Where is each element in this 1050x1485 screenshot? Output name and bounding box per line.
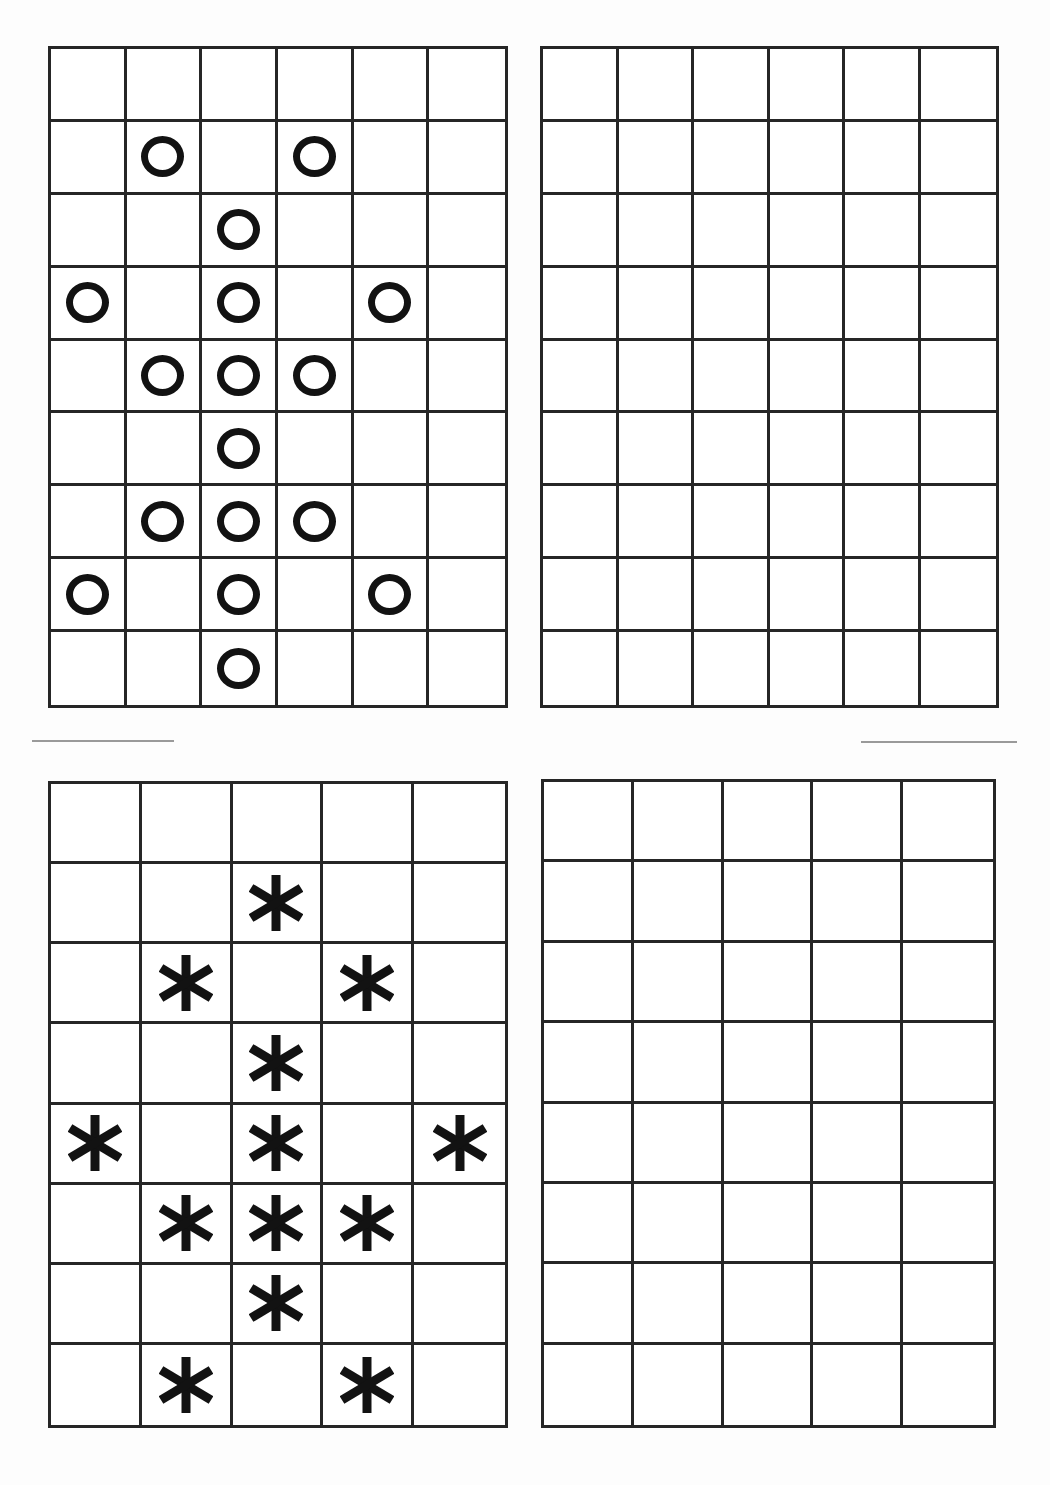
asterisks-copy-cell-r1c3[interactable] bbox=[724, 782, 814, 862]
asterisks-pattern-grid bbox=[48, 781, 508, 1428]
asterisks-pattern-cell-r2c3 bbox=[233, 864, 324, 944]
circles-copy-cell-r4c1[interactable] bbox=[543, 268, 619, 341]
circles-pattern-cell-r3c6 bbox=[429, 195, 505, 268]
asterisks-pattern-cell-r1c5 bbox=[414, 784, 505, 864]
circles-pattern-cell-r2c1 bbox=[51, 122, 127, 195]
asterisks-pattern-cell-r1c4 bbox=[323, 784, 414, 864]
asterisks-copy-cell-r3c3[interactable] bbox=[724, 943, 814, 1023]
asterisks-copy-cell-r3c1[interactable] bbox=[544, 943, 634, 1023]
asterisks-copy-cell-r8c2[interactable] bbox=[634, 1345, 724, 1425]
circle-symbol bbox=[217, 428, 260, 469]
circle-symbol bbox=[141, 136, 184, 177]
asterisks-copy-cell-r1c1[interactable] bbox=[544, 782, 634, 862]
circles-copy-cell-r4c5[interactable] bbox=[845, 268, 921, 341]
asterisks-pattern-cell-r8c3 bbox=[233, 1345, 324, 1425]
circles-pattern-cell-r6c2 bbox=[127, 413, 203, 486]
circles-copy-cell-r3c2[interactable] bbox=[619, 195, 695, 268]
circles-copy-cell-r1c1[interactable] bbox=[543, 49, 619, 122]
asterisks-copy-cell-r7c5[interactable] bbox=[903, 1264, 993, 1344]
circles-copy-cell-r2c4[interactable] bbox=[770, 122, 846, 195]
asterisks-pattern-cell-r5c1 bbox=[51, 1105, 142, 1185]
asterisks-pattern-cell-r7c3 bbox=[233, 1265, 324, 1345]
circle-symbol bbox=[293, 501, 336, 542]
asterisks-copy-cell-r6c3[interactable] bbox=[724, 1184, 814, 1264]
asterisk-symbol bbox=[340, 1356, 394, 1414]
asterisks-pattern-cell-r6c2 bbox=[142, 1185, 233, 1265]
circles-copy-cell-r7c1[interactable] bbox=[543, 486, 619, 559]
circles-copy-cell-r2c6[interactable] bbox=[921, 122, 997, 195]
circles-copy-cell-r8c2[interactable] bbox=[619, 559, 695, 632]
circles-pattern-cell-r1c3 bbox=[202, 49, 278, 122]
circles-copy-cell-r8c4[interactable] bbox=[770, 559, 846, 632]
asterisks-copy-cell-r2c3[interactable] bbox=[724, 862, 814, 942]
asterisks-pattern-cell-r1c2 bbox=[142, 784, 233, 864]
circles-copy-cell-r8c3[interactable] bbox=[694, 559, 770, 632]
circles-copy-cell-r9c5[interactable] bbox=[845, 632, 921, 705]
circle-symbol bbox=[66, 574, 109, 615]
circles-copy-cell-r2c5[interactable] bbox=[845, 122, 921, 195]
asterisks-pattern-cell-r3c2 bbox=[142, 944, 233, 1024]
circle-symbol bbox=[217, 282, 260, 323]
circles-pattern-cell-r6c3 bbox=[202, 413, 278, 486]
circles-copy-cell-r8c6[interactable] bbox=[921, 559, 997, 632]
circles-pattern-cell-r3c4 bbox=[278, 195, 354, 268]
asterisks-copy-cell-r7c4[interactable] bbox=[813, 1264, 903, 1344]
circles-pattern-cell-r3c2 bbox=[127, 195, 203, 268]
circle-symbol bbox=[217, 355, 260, 396]
asterisks-copy-cell-r1c4[interactable] bbox=[813, 782, 903, 862]
asterisks-copy-cell-r4c3[interactable] bbox=[724, 1023, 814, 1103]
asterisks-pattern-cell-r6c3 bbox=[233, 1185, 324, 1265]
asterisks-pattern-cell-r7c4 bbox=[323, 1265, 414, 1345]
asterisks-copy-cell-r5c3[interactable] bbox=[724, 1104, 814, 1184]
asterisks-pattern-cell-r7c5 bbox=[414, 1265, 505, 1345]
circles-copy-cell-r5c3[interactable] bbox=[694, 341, 770, 414]
asterisks-copy-cell-r2c4[interactable] bbox=[813, 862, 903, 942]
circles-pattern-cell-r2c2 bbox=[127, 122, 203, 195]
left-divider-line bbox=[32, 740, 174, 742]
asterisks-copy-cell-r1c2[interactable] bbox=[634, 782, 724, 862]
circles-copy-cell-r6c5[interactable] bbox=[845, 413, 921, 486]
circle-symbol bbox=[293, 355, 336, 396]
asterisks-pattern-cell-r5c4 bbox=[323, 1105, 414, 1185]
circles-pattern-cell-r5c4 bbox=[278, 341, 354, 414]
circles-pattern-cell-r4c1 bbox=[51, 268, 127, 341]
circles-pattern-cell-r5c3 bbox=[202, 341, 278, 414]
asterisks-pattern-cell-r4c4 bbox=[323, 1024, 414, 1104]
circles-copy-cell-r9c2[interactable] bbox=[619, 632, 695, 705]
circles-pattern-cell-r1c6 bbox=[429, 49, 505, 122]
asterisks-copy-cell-r4c5[interactable] bbox=[903, 1023, 993, 1103]
asterisks-pattern-cell-r2c1 bbox=[51, 864, 142, 944]
circles-copy-cell-r1c6[interactable] bbox=[921, 49, 997, 122]
asterisks-pattern-cell-r1c1 bbox=[51, 784, 142, 864]
circles-pattern-cell-r9c6 bbox=[429, 632, 505, 705]
circles-copy-cell-r7c2[interactable] bbox=[619, 486, 695, 559]
asterisks-pattern-cell-r7c2 bbox=[142, 1265, 233, 1345]
circles-pattern-grid bbox=[48, 46, 508, 708]
asterisks-pattern-cell-r5c5 bbox=[414, 1105, 505, 1185]
circle-symbol bbox=[368, 282, 411, 323]
circles-pattern-cell-r6c5 bbox=[354, 413, 430, 486]
circles-pattern-cell-r4c6 bbox=[429, 268, 505, 341]
circles-copy-cell-r6c3[interactable] bbox=[694, 413, 770, 486]
asterisks-copy-cell-r7c2[interactable] bbox=[634, 1264, 724, 1344]
circles-pattern-cell-r2c5 bbox=[354, 122, 430, 195]
asterisks-copy-cell-r5c2[interactable] bbox=[634, 1104, 724, 1184]
worksheet-page bbox=[0, 0, 1050, 1485]
circles-copy-cell-r1c3[interactable] bbox=[694, 49, 770, 122]
asterisk-symbol bbox=[249, 1034, 303, 1092]
circles-pattern-cell-r5c1 bbox=[51, 341, 127, 414]
asterisk-symbol bbox=[249, 1114, 303, 1172]
asterisks-pattern-cell-r2c4 bbox=[323, 864, 414, 944]
asterisks-pattern-cell-r8c5 bbox=[414, 1345, 505, 1425]
circles-pattern-cell-r1c4 bbox=[278, 49, 354, 122]
asterisks-copy-cell-r8c5[interactable] bbox=[903, 1345, 993, 1425]
circles-copy-cell-r1c2[interactable] bbox=[619, 49, 695, 122]
asterisks-copy-cell-r6c4[interactable] bbox=[813, 1184, 903, 1264]
circles-copy-cell-r7c4[interactable] bbox=[770, 486, 846, 559]
asterisks-copy-grid bbox=[541, 779, 996, 1428]
circle-symbol bbox=[141, 501, 184, 542]
circles-pattern-cell-r8c5 bbox=[354, 559, 430, 632]
circles-pattern-cell-r3c3 bbox=[202, 195, 278, 268]
circle-symbol bbox=[293, 136, 336, 177]
circles-copy-cell-r6c2[interactable] bbox=[619, 413, 695, 486]
circles-pattern-cell-r9c1 bbox=[51, 632, 127, 705]
circles-copy-cell-r5c5[interactable] bbox=[845, 341, 921, 414]
asterisks-pattern-cell-r3c3 bbox=[233, 944, 324, 1024]
asterisks-pattern-cell-r6c4 bbox=[323, 1185, 414, 1265]
asterisks-pattern-cell-r7c1 bbox=[51, 1265, 142, 1345]
asterisk-symbol bbox=[68, 1114, 122, 1172]
circles-pattern-cell-r7c6 bbox=[429, 486, 505, 559]
circles-copy-cell-r7c5[interactable] bbox=[845, 486, 921, 559]
circles-copy-cell-r2c1[interactable] bbox=[543, 122, 619, 195]
circles-pattern-cell-r2c6 bbox=[429, 122, 505, 195]
asterisks-copy-cell-r8c1[interactable] bbox=[544, 1345, 634, 1425]
circles-pattern-cell-r7c5 bbox=[354, 486, 430, 559]
asterisk-symbol bbox=[159, 1194, 213, 1252]
circles-pattern-cell-r5c5 bbox=[354, 341, 430, 414]
circles-pattern-cell-r4c5 bbox=[354, 268, 430, 341]
asterisks-copy-cell-r2c2[interactable] bbox=[634, 862, 724, 942]
asterisks-pattern-cell-r3c1 bbox=[51, 944, 142, 1024]
circles-copy-cell-r4c6[interactable] bbox=[921, 268, 997, 341]
circles-pattern-cell-r6c6 bbox=[429, 413, 505, 486]
circles-pattern-cell-r8c2 bbox=[127, 559, 203, 632]
circle-symbol bbox=[217, 648, 260, 689]
circles-pattern-cell-r1c5 bbox=[354, 49, 430, 122]
circles-copy-cell-r1c4[interactable] bbox=[770, 49, 846, 122]
circle-symbol bbox=[217, 209, 260, 250]
asterisks-copy-cell-r3c5[interactable] bbox=[903, 943, 993, 1023]
asterisks-copy-cell-r2c1[interactable] bbox=[544, 862, 634, 942]
asterisk-symbol bbox=[249, 874, 303, 932]
asterisks-copy-cell-r8c4[interactable] bbox=[813, 1345, 903, 1425]
circles-copy-cell-r4c2[interactable] bbox=[619, 268, 695, 341]
circles-pattern-cell-r2c3 bbox=[202, 122, 278, 195]
circle-symbol bbox=[368, 574, 411, 615]
circles-pattern-cell-r1c2 bbox=[127, 49, 203, 122]
circles-copy-cell-r9c6[interactable] bbox=[921, 632, 997, 705]
circles-copy-cell-r7c3[interactable] bbox=[694, 486, 770, 559]
circles-copy-cell-r5c1[interactable] bbox=[543, 341, 619, 414]
circle-symbol bbox=[66, 282, 109, 323]
circles-pattern-cell-r9c4 bbox=[278, 632, 354, 705]
asterisk-symbol bbox=[340, 1194, 394, 1252]
asterisks-copy-cell-r1c5[interactable] bbox=[903, 782, 993, 862]
asterisk-symbol bbox=[249, 1274, 303, 1332]
asterisks-pattern-cell-r5c3 bbox=[233, 1105, 324, 1185]
asterisks-copy-cell-r3c2[interactable] bbox=[634, 943, 724, 1023]
asterisks-pattern-cell-r8c1 bbox=[51, 1345, 142, 1425]
asterisk-symbol bbox=[159, 954, 213, 1012]
asterisks-copy-cell-r7c3[interactable] bbox=[724, 1264, 814, 1344]
circles-pattern-cell-r2c4 bbox=[278, 122, 354, 195]
asterisks-copy-cell-r5c4[interactable] bbox=[813, 1104, 903, 1184]
circles-copy-cell-r2c3[interactable] bbox=[694, 122, 770, 195]
circles-pattern-cell-r1c1 bbox=[51, 49, 127, 122]
circle-symbol bbox=[217, 501, 260, 542]
circles-copy-cell-r4c4[interactable] bbox=[770, 268, 846, 341]
asterisks-copy-cell-r6c2[interactable] bbox=[634, 1184, 724, 1264]
asterisks-pattern-cell-r4c5 bbox=[414, 1024, 505, 1104]
asterisks-pattern-cell-r4c2 bbox=[142, 1024, 233, 1104]
asterisks-pattern-cell-r4c3 bbox=[233, 1024, 324, 1104]
circles-copy-cell-r8c1[interactable] bbox=[543, 559, 619, 632]
asterisk-symbol bbox=[340, 954, 394, 1012]
circles-copy-cell-r7c6[interactable] bbox=[921, 486, 997, 559]
circles-copy-cell-r6c6[interactable] bbox=[921, 413, 997, 486]
circles-copy-cell-r9c3[interactable] bbox=[694, 632, 770, 705]
asterisks-copy-cell-r8c3[interactable] bbox=[724, 1345, 814, 1425]
circles-copy-cell-r3c4[interactable] bbox=[770, 195, 846, 268]
asterisks-copy-cell-r4c2[interactable] bbox=[634, 1023, 724, 1103]
right-divider-line bbox=[861, 741, 1017, 743]
asterisks-pattern-cell-r3c5 bbox=[414, 944, 505, 1024]
circles-copy-grid bbox=[540, 46, 999, 708]
asterisks-copy-cell-r4c1[interactable] bbox=[544, 1023, 634, 1103]
asterisks-copy-cell-r5c1[interactable] bbox=[544, 1104, 634, 1184]
asterisks-copy-cell-r6c5[interactable] bbox=[903, 1184, 993, 1264]
asterisks-pattern-cell-r2c2 bbox=[142, 864, 233, 944]
circles-pattern-cell-r5c6 bbox=[429, 341, 505, 414]
asterisks-pattern-cell-r6c1 bbox=[51, 1185, 142, 1265]
circles-pattern-cell-r6c1 bbox=[51, 413, 127, 486]
circles-copy-cell-r5c2[interactable] bbox=[619, 341, 695, 414]
asterisks-pattern-cell-r6c5 bbox=[414, 1185, 505, 1265]
circles-copy-cell-r1c5[interactable] bbox=[845, 49, 921, 122]
circles-pattern-cell-r6c4 bbox=[278, 413, 354, 486]
asterisks-pattern-cell-r4c1 bbox=[51, 1024, 142, 1104]
circles-pattern-cell-r4c2 bbox=[127, 268, 203, 341]
asterisks-copy-cell-r6c1[interactable] bbox=[544, 1184, 634, 1264]
circles-copy-cell-r3c5[interactable] bbox=[845, 195, 921, 268]
circles-copy-cell-r3c6[interactable] bbox=[921, 195, 997, 268]
circles-pattern-cell-r8c3 bbox=[202, 559, 278, 632]
circles-copy-cell-r6c1[interactable] bbox=[543, 413, 619, 486]
circles-copy-cell-r9c1[interactable] bbox=[543, 632, 619, 705]
circles-copy-cell-r8c5[interactable] bbox=[845, 559, 921, 632]
asterisk-symbol bbox=[249, 1194, 303, 1252]
asterisks-pattern-cell-r8c2 bbox=[142, 1345, 233, 1425]
asterisks-pattern-cell-r8c4 bbox=[323, 1345, 414, 1425]
circles-pattern-cell-r4c4 bbox=[278, 268, 354, 341]
circles-pattern-cell-r7c4 bbox=[278, 486, 354, 559]
circles-pattern-cell-r8c6 bbox=[429, 559, 505, 632]
circles-copy-cell-r9c4[interactable] bbox=[770, 632, 846, 705]
circles-pattern-cell-r8c1 bbox=[51, 559, 127, 632]
circles-pattern-cell-r4c3 bbox=[202, 268, 278, 341]
asterisk-symbol bbox=[433, 1114, 487, 1172]
circles-pattern-cell-r5c2 bbox=[127, 341, 203, 414]
circles-pattern-cell-r7c1 bbox=[51, 486, 127, 559]
asterisks-copy-cell-r4c4[interactable] bbox=[813, 1023, 903, 1103]
circles-pattern-cell-r9c3 bbox=[202, 632, 278, 705]
circles-copy-cell-r3c1[interactable] bbox=[543, 195, 619, 268]
circle-symbol bbox=[141, 355, 184, 396]
circles-copy-cell-r4c3[interactable] bbox=[694, 268, 770, 341]
circles-pattern-cell-r9c2 bbox=[127, 632, 203, 705]
asterisks-pattern-cell-r1c3 bbox=[233, 784, 324, 864]
circles-pattern-cell-r3c1 bbox=[51, 195, 127, 268]
asterisks-pattern-cell-r3c4 bbox=[323, 944, 414, 1024]
circles-copy-cell-r3c3[interactable] bbox=[694, 195, 770, 268]
circles-copy-cell-r6c4[interactable] bbox=[770, 413, 846, 486]
asterisks-copy-cell-r3c4[interactable] bbox=[813, 943, 903, 1023]
circles-pattern-cell-r8c4 bbox=[278, 559, 354, 632]
circles-copy-cell-r2c2[interactable] bbox=[619, 122, 695, 195]
asterisks-copy-cell-r5c5[interactable] bbox=[903, 1104, 993, 1184]
circles-pattern-cell-r3c5 bbox=[354, 195, 430, 268]
asterisks-pattern-cell-r5c2 bbox=[142, 1105, 233, 1185]
asterisk-symbol bbox=[159, 1356, 213, 1414]
asterisks-pattern-cell-r2c5 bbox=[414, 864, 505, 944]
circles-pattern-cell-r7c3 bbox=[202, 486, 278, 559]
circle-symbol bbox=[217, 574, 260, 615]
circles-pattern-cell-r7c2 bbox=[127, 486, 203, 559]
asterisks-copy-cell-r7c1[interactable] bbox=[544, 1264, 634, 1344]
circles-copy-cell-r5c6[interactable] bbox=[921, 341, 997, 414]
circles-pattern-cell-r9c5 bbox=[354, 632, 430, 705]
asterisks-copy-cell-r2c5[interactable] bbox=[903, 862, 993, 942]
circles-copy-cell-r5c4[interactable] bbox=[770, 341, 846, 414]
